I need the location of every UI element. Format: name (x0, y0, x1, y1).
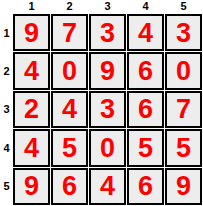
row-label-3: 3 (0, 91, 13, 128)
grid-cell-r3c1[interactable]: 2 (13, 91, 50, 128)
grid-cell-r1c4[interactable]: 4 (127, 14, 164, 51)
grid-cell-r2c2[interactable]: 0 (51, 52, 88, 89)
grid-cell-r3c3[interactable]: 3 (89, 91, 126, 128)
grid-cell-r4c5[interactable]: 5 (165, 129, 202, 166)
grid-cell-r2c5[interactable]: 0 (165, 52, 202, 89)
grid-cell-r3c2[interactable]: 4 (51, 91, 88, 128)
grid-cell-r1c2[interactable]: 7 (51, 14, 88, 51)
corner-spacer (0, 0, 13, 14)
grid-cell-r1c3[interactable]: 3 (89, 14, 126, 51)
col-label-1: 1 (13, 0, 50, 14)
col-label-4: 4 (127, 0, 164, 14)
grid-cell-r2c1[interactable]: 4 (13, 52, 50, 89)
row-label-5: 5 (0, 168, 13, 205)
grid-cell-r4c3[interactable]: 0 (89, 129, 126, 166)
row-labels: 1 2 3 4 5 (0, 14, 13, 205)
grid-cell-r4c4[interactable]: 5 (127, 129, 164, 166)
row-label-1: 1 (0, 14, 13, 51)
grid-with-labels: 1 2 3 4 5 1 2 3 4 5 9 7 3 4 3 4 0 9 6 0 … (0, 0, 202, 205)
number-grid: 9 7 3 4 3 4 0 9 6 0 2 4 3 6 7 4 5 0 5 5 … (13, 14, 202, 205)
grid-cell-r3c5[interactable]: 7 (165, 91, 202, 128)
grid-cell-r2c3[interactable]: 9 (89, 52, 126, 89)
grid-cell-r2c4[interactable]: 6 (127, 52, 164, 89)
grid-cell-r1c5[interactable]: 3 (165, 14, 202, 51)
col-label-5: 5 (165, 0, 202, 14)
row-label-4: 4 (0, 129, 13, 166)
grid-cell-r5c5[interactable]: 9 (165, 168, 202, 205)
grid-cell-r5c3[interactable]: 4 (89, 168, 126, 205)
grid-cell-r4c1[interactable]: 4 (13, 129, 50, 166)
grid-cell-r5c1[interactable]: 9 (13, 168, 50, 205)
grid-cell-r3c4[interactable]: 6 (127, 91, 164, 128)
grid-cell-r5c4[interactable]: 6 (127, 168, 164, 205)
grid-cell-r4c2[interactable]: 5 (51, 129, 88, 166)
puzzle-stage: 1 2 3 4 5 1 2 3 4 5 9 7 3 4 3 4 0 9 6 0 … (0, 0, 203, 206)
grid-cell-r5c2[interactable]: 6 (51, 168, 88, 205)
row-label-2: 2 (0, 52, 13, 89)
col-label-2: 2 (51, 0, 88, 14)
grid-cell-r1c1[interactable]: 9 (13, 14, 50, 51)
col-label-3: 3 (89, 0, 126, 14)
column-labels: 1 2 3 4 5 (13, 0, 202, 14)
